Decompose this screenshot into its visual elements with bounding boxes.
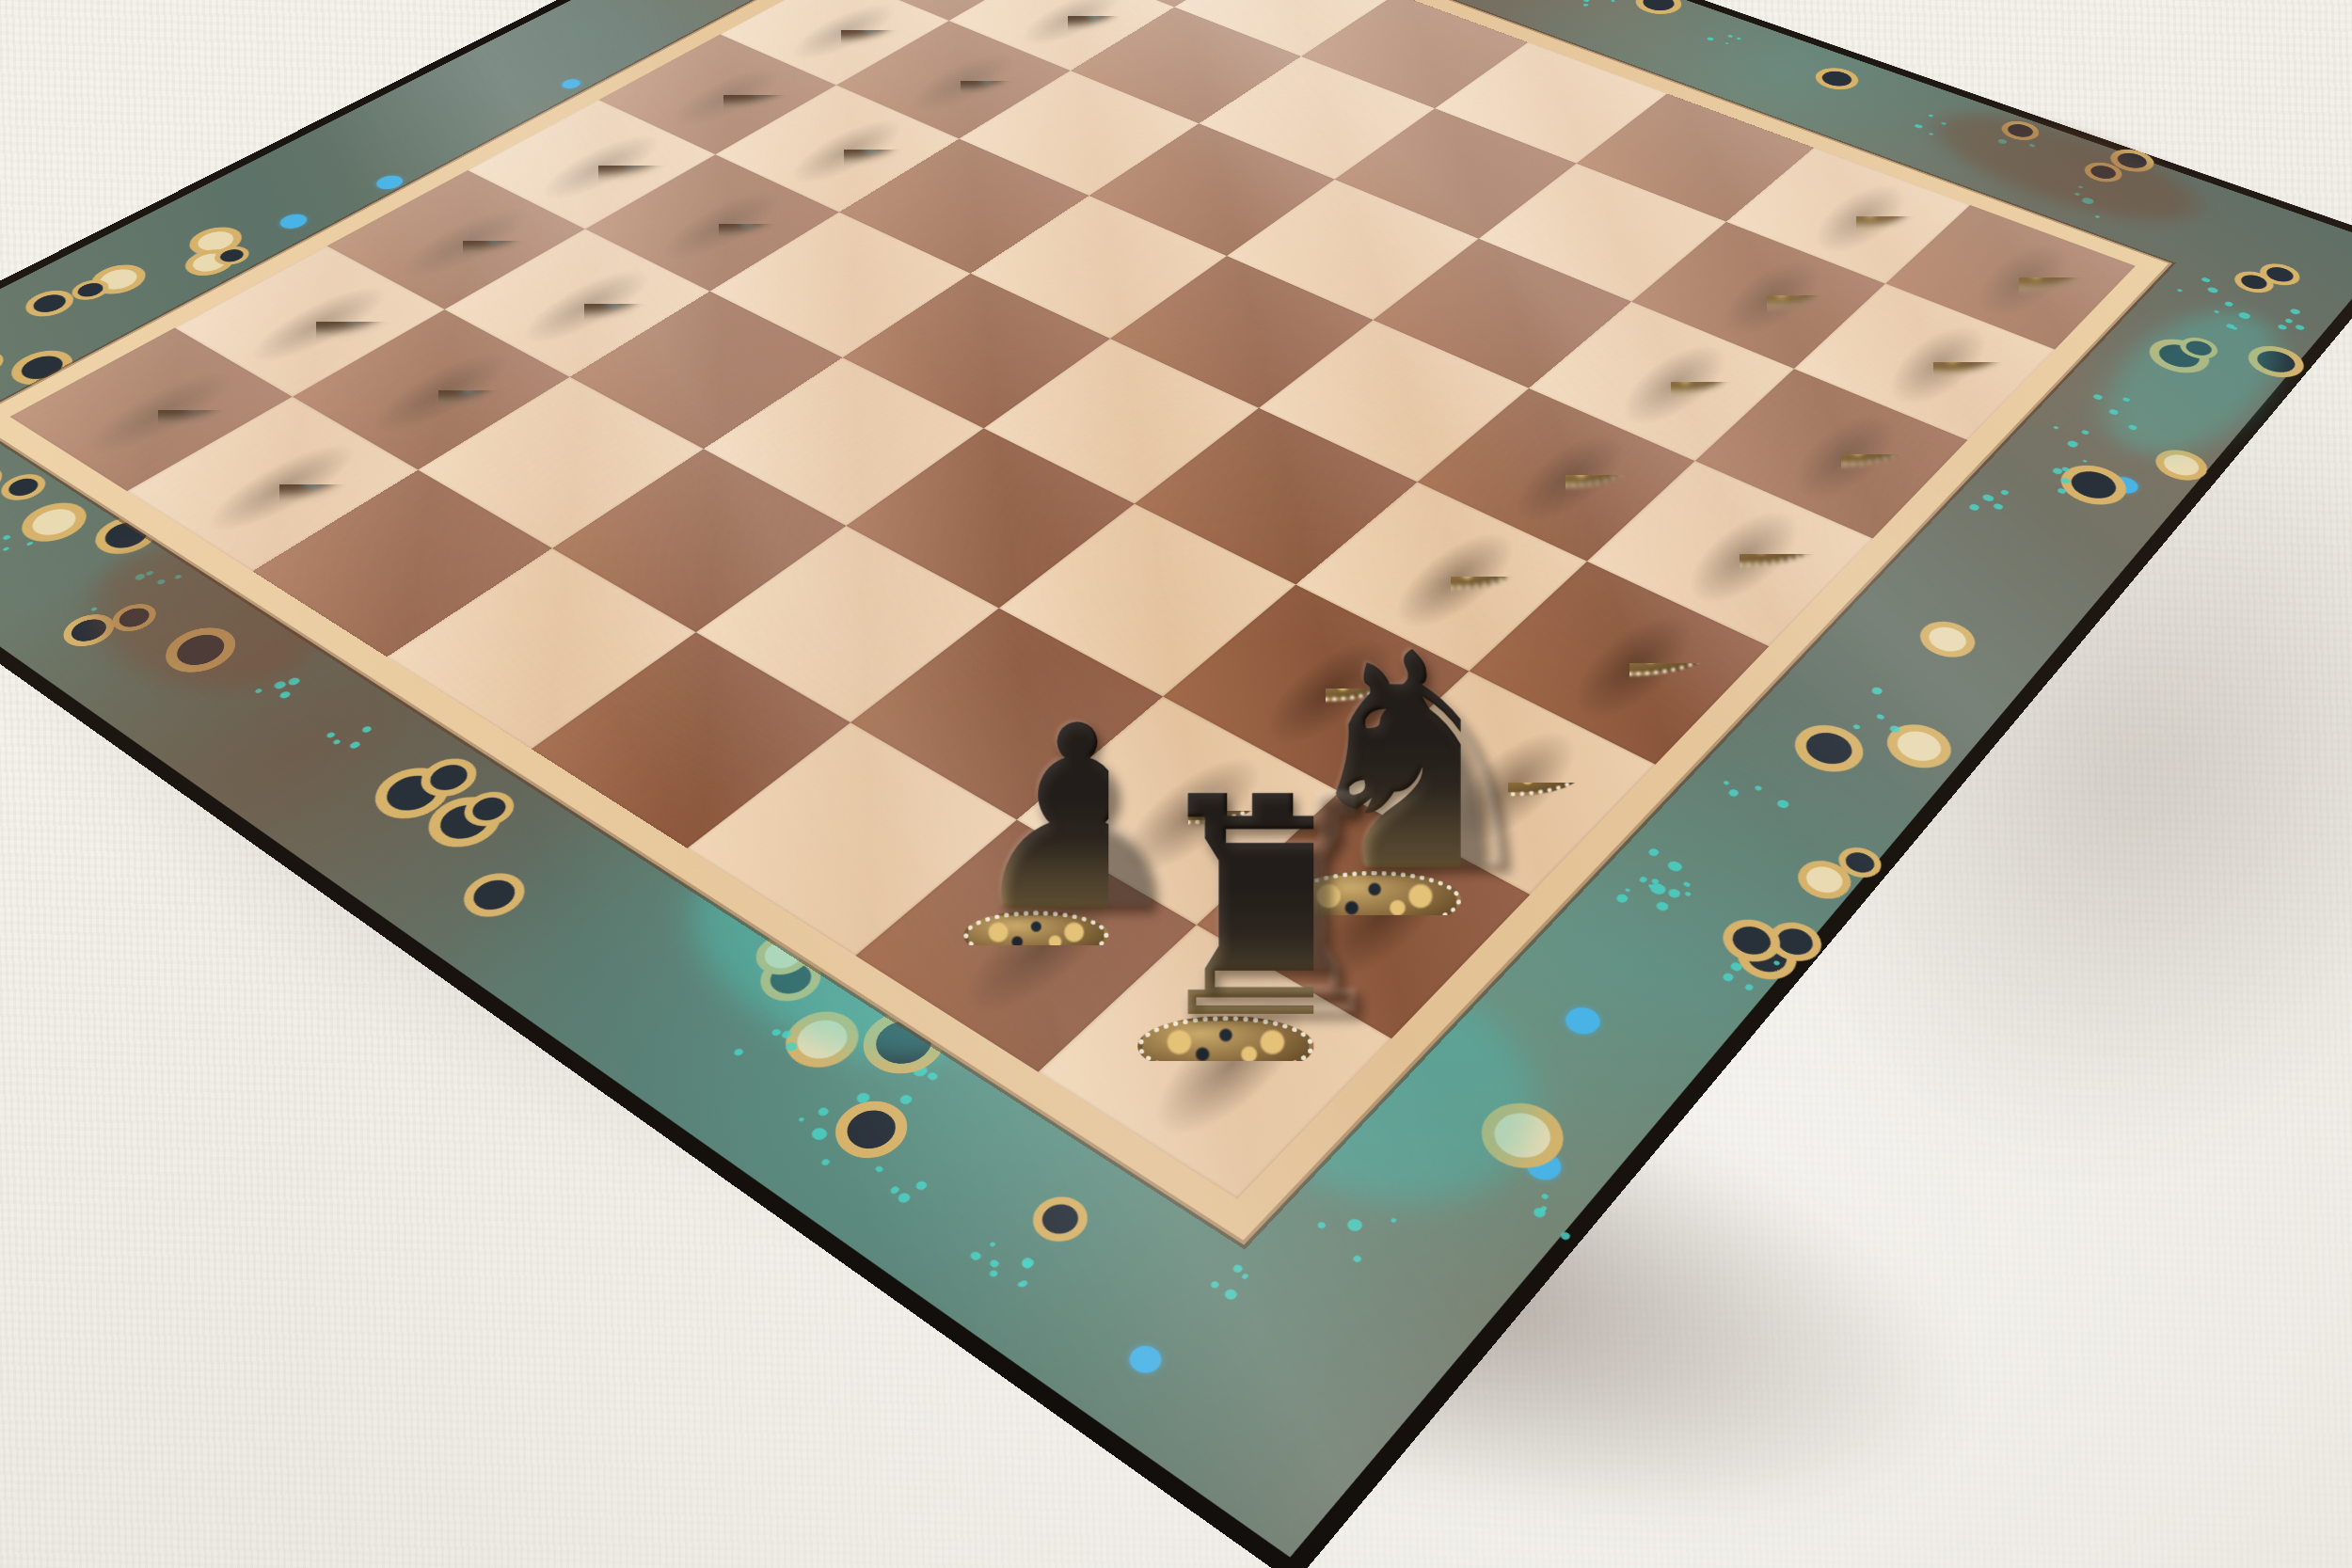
chess-board: ♜♞♝♛♚♝♞♜♟♟♟♟♟♟♟♟♟♟♟♟♟♟♟♟♜♞♝♛♚♝♞♜ [0, 0, 2352, 1568]
turquoise-speck [733, 1048, 745, 1057]
turquoise-speck [2206, 287, 2218, 294]
blue-dot [1559, 1003, 1606, 1039]
turquoise-speck [988, 1268, 999, 1277]
gold-ring-dot [452, 865, 537, 927]
turquoise-speck [2177, 289, 2183, 292]
turquoise-speck [1559, 1230, 1572, 1242]
turquoise-speck [348, 740, 361, 750]
turquoise-speck [278, 690, 292, 700]
rook-glyph: ♜ [89, 182, 226, 404]
turquoise-speck [2053, 425, 2059, 430]
turquoise-speck [2223, 301, 2233, 308]
turquoise-speck [1980, 493, 1995, 502]
turquoise-speck [1582, 0, 1590, 3]
turquoise-speck [1870, 686, 1884, 695]
photo-of-chess-set: { "game": "chess", "scene": { "descripti… [0, 0, 2352, 1568]
gold-ring-dot [2254, 260, 2306, 290]
turquoise-speck [332, 738, 342, 745]
turquoise-speck [988, 1259, 1000, 1269]
turquoise-speck [1242, 1274, 1250, 1280]
turquoise-speck [2066, 439, 2080, 448]
gold-ring-dot [1628, 0, 1690, 19]
turquoise-speck [1876, 713, 1886, 720]
turquoise-speck [286, 676, 302, 687]
turquoise-speck [896, 1191, 914, 1205]
turquoise-speck [254, 688, 263, 694]
turquoise-speck [1315, 1221, 1327, 1230]
turquoise-speck [1968, 503, 1981, 512]
turquoise-speck [2059, 477, 2072, 485]
turquoise-speck [2091, 393, 2104, 401]
turquoise-speck [1736, 37, 1742, 40]
gold-ring-dot [1911, 614, 1984, 664]
turquoise-speck [2201, 277, 2211, 282]
turquoise-speck [1666, 860, 1685, 874]
gold-ring-dot [1782, 716, 1875, 782]
turquoise-speck [326, 731, 337, 738]
turquoise-speck [2083, 459, 2089, 463]
turquoise-speck [926, 1071, 939, 1082]
turquoise-speck [1666, 887, 1682, 899]
gold-ring-dot [9, 495, 100, 549]
turquoise-speck [969, 1250, 983, 1262]
turquoise-speck [272, 680, 287, 690]
turquoise-speck [1611, 0, 1616, 2]
turquoise-speck [1992, 502, 2004, 511]
gold-ring-dot [1876, 717, 1962, 778]
turquoise-speck [1539, 1205, 1548, 1212]
turquoise-speck [1743, 983, 1755, 991]
turquoise-speck [2081, 430, 2090, 436]
blue-dot [1123, 1341, 1167, 1379]
turquoise-speck [820, 1158, 831, 1166]
turquoise-speck [1231, 1263, 1245, 1275]
turquoise-speck [25, 541, 34, 546]
turquoise-speck [889, 1185, 900, 1195]
turquoise-speck [2, 546, 10, 552]
turquoise-speck [1646, 847, 1660, 858]
turquoise-speck [798, 1117, 805, 1123]
turquoise-speck [1721, 972, 1736, 983]
gold-ring-dot [17, 285, 83, 321]
turquoise-speck [1345, 1216, 1366, 1233]
turquoise-speck [809, 1126, 831, 1143]
turquoise-speck [1682, 881, 1691, 888]
turquoise-speck [1582, 3, 1590, 7]
turquoise-speck [1724, 42, 1729, 44]
turquoise-speck [914, 1180, 929, 1191]
turquoise-speck [1614, 893, 1629, 904]
turquoise-speck [1727, 788, 1740, 798]
turquoise-speck [1020, 1256, 1037, 1270]
gold-ring-dot [1022, 1188, 1099, 1251]
turquoise-speck [2289, 308, 2301, 315]
gold-ring-dot [1832, 842, 1888, 883]
turquoise-speck [1351, 1254, 1363, 1264]
turquoise-speck [2294, 324, 2305, 330]
turquoise-speck [1540, 1192, 1549, 1199]
turquoise-speck [1683, 891, 1692, 897]
turquoise-speck [874, 1165, 884, 1174]
turquoise-speck [1726, 34, 1734, 38]
turquoise-speck [1654, 900, 1670, 912]
gold-ring-dot [0, 347, 11, 380]
turquoise-speck [988, 1241, 996, 1247]
turquoise-speck [1852, 723, 1862, 730]
turquoise-speck [1722, 780, 1730, 785]
turquoise-speck [2284, 318, 2294, 324]
turquoise-speck [1774, 799, 1790, 810]
gold-ring-dot [0, 469, 54, 506]
turquoise-speck [2057, 487, 2067, 494]
turquoise-speck [1391, 1217, 1398, 1224]
turquoise-speck [1638, 876, 1648, 883]
rook-glyph: ♜ [1137, 766, 1313, 1053]
turquoise-speck [360, 724, 373, 734]
pawn-glyph: ♟ [219, 278, 340, 479]
pawn-glyph: ♟ [963, 699, 1108, 940]
turquoise-speck [817, 1106, 832, 1117]
turquoise-speck [1210, 1280, 1221, 1290]
turquoise-speck [898, 1093, 914, 1105]
turquoise-speck [2000, 489, 2010, 496]
turquoise-speck [854, 1090, 872, 1104]
turquoise-speck [1625, 888, 1631, 893]
scene: ♜♞♝♛♚♝♞♜♟♟♟♟♟♟♟♟♟♟♟♟♟♟♟♟♜♞♝♛♚♝♞♜ [0, 0, 2352, 1568]
turquoise-speck [1706, 37, 1715, 41]
turquoise-speck [2276, 324, 2287, 330]
turquoise-speck [1, 534, 12, 541]
turquoise-speck [1753, 784, 1762, 791]
turquoise-speck [1222, 1288, 1239, 1302]
